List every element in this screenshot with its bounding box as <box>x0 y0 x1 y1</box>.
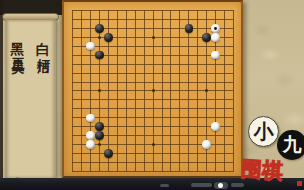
last-move-marker <box>214 27 217 30</box>
star-point <box>98 143 101 146</box>
video-frame: 黑 王星昊 七段 白 柯洁 九段 小 九 围棋 <box>0 0 304 190</box>
stone-white <box>202 140 211 149</box>
white-color-label: 白 <box>32 31 54 33</box>
white-player-name: 柯洁 <box>32 47 54 51</box>
player-column-white: 白 柯洁 九段 <box>31 20 57 178</box>
grid-line-h <box>72 99 234 100</box>
grid-line-h <box>72 117 234 118</box>
grid-line-v <box>162 10 163 172</box>
stone-black <box>95 131 104 140</box>
logo-weiqi-text: 围棋 <box>240 155 284 186</box>
danmaku-toggle[interactable] <box>214 182 228 189</box>
logo-black-circle: 九 <box>277 130 304 160</box>
logo-char-xiao: 小 <box>254 118 274 145</box>
star-point <box>152 143 155 146</box>
toggle-knob-icon <box>218 183 223 188</box>
player-bar-caption-blur <box>160 184 169 188</box>
black-player-rank: 七段 <box>7 166 29 170</box>
stone-white <box>86 131 95 140</box>
stone-black <box>95 51 104 60</box>
stone-white <box>86 140 95 149</box>
stone-white <box>211 51 220 60</box>
stone-white <box>211 33 220 42</box>
player-bar-caption-blur <box>191 183 212 187</box>
grid-line-v <box>197 10 198 172</box>
stone-white <box>211 24 220 33</box>
grid-line-v <box>188 10 189 172</box>
black-color-label: 黑 <box>7 31 29 33</box>
logo-char-jiu: 九 <box>283 132 302 158</box>
black-player-name: 王星昊 <box>7 47 29 53</box>
white-player-rank: 九段 <box>32 166 54 170</box>
grid-line-v <box>224 10 225 172</box>
grid-line-h <box>72 171 234 172</box>
grid-line-v <box>179 10 180 172</box>
scroll-paper: 黑 王星昊 七段 白 柯洁 九段 <box>5 20 56 178</box>
board-grid <box>64 2 241 176</box>
player-column-black: 黑 王星昊 七段 <box>5 20 31 178</box>
stone-black <box>95 24 104 33</box>
go-board <box>62 0 243 178</box>
stone-black <box>104 149 113 158</box>
star-point <box>152 36 155 39</box>
logo-white-circle: 小 <box>248 116 279 147</box>
player-info-scroll: 黑 王星昊 七段 白 柯洁 九段 <box>2 13 59 178</box>
stone-black <box>202 33 211 42</box>
stone-black <box>95 122 104 131</box>
grid-line-h <box>72 108 234 109</box>
channel-logo: 小 九 围棋 <box>240 110 304 190</box>
stone-white <box>86 114 95 123</box>
grid-line-v <box>170 10 171 172</box>
stone-black <box>104 33 113 42</box>
stone-black <box>185 24 194 33</box>
grid-line-h <box>72 153 234 154</box>
stone-white <box>86 42 95 51</box>
grid-line-h <box>72 162 234 163</box>
logo-red-seal <box>297 181 302 186</box>
grid-line-v <box>233 10 234 172</box>
stone-white <box>211 122 220 131</box>
star-point <box>98 36 101 39</box>
